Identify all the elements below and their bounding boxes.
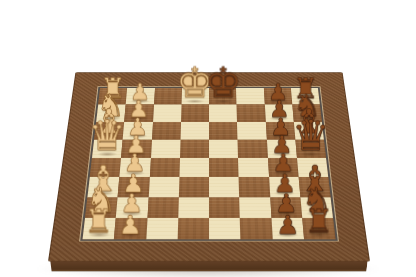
- square-h4: [177, 218, 209, 240]
- square-c6: [237, 122, 266, 140]
- piece-white-pawn-h2: ♟: [118, 212, 141, 238]
- square-h5: [209, 218, 241, 240]
- square-b3: [153, 105, 182, 122]
- square-e3: [149, 158, 179, 177]
- piece-black-rook-h8: ♜: [305, 205, 334, 237]
- square-g3: [147, 197, 179, 218]
- square-c4: [180, 122, 209, 140]
- square-d1: ♛: [92, 140, 123, 158]
- square-b5: [209, 105, 237, 122]
- square-b6: [237, 105, 266, 122]
- piece-white-rook-h1: ♜: [84, 205, 113, 237]
- board-grid: ♜♟♚♚♟♜♞♟♟♞♝♟♟♝♛♟♟♛♟♟♝♟♟♝♞♟♟♞♜♟♟♜: [80, 87, 338, 241]
- square-g6: [239, 197, 271, 218]
- square-f3: [148, 177, 179, 197]
- square-h7: ♟: [271, 218, 304, 240]
- square-h1: ♜: [83, 218, 116, 240]
- square-g5: [209, 197, 240, 218]
- piece-white-queen-d1: ♛: [88, 115, 126, 157]
- square-d3: [151, 140, 181, 158]
- square-f5: [209, 177, 239, 197]
- piece-black-queen-d8: ♛: [292, 115, 330, 157]
- chess-set-photo: ♜♟♚♚♟♜♞♟♟♞♝♟♟♝♛♟♟♛♟♟♝♟♟♝♞♟♟♞♜♟♟♜: [0, 0, 416, 277]
- piece-black-pawn-h7: ♟: [276, 212, 299, 238]
- square-h6: [240, 218, 272, 240]
- square-c5: [209, 122, 238, 140]
- square-h3: [146, 218, 178, 240]
- square-d8: ♛: [295, 140, 326, 158]
- square-e5: [209, 158, 239, 177]
- square-f4: [179, 177, 209, 197]
- square-d5: [209, 140, 238, 158]
- square-d6: [238, 140, 268, 158]
- piece-black-king-a5: ♚: [204, 62, 241, 104]
- square-h8: ♜: [302, 218, 335, 240]
- square-b4: [181, 105, 209, 122]
- square-a5: ♚: [209, 88, 237, 105]
- square-e4: [179, 158, 209, 177]
- board-edge: [50, 261, 367, 272]
- square-f6: [239, 177, 270, 197]
- square-e6: [238, 158, 268, 177]
- square-h2: ♟: [114, 218, 147, 240]
- square-c3: [152, 122, 181, 140]
- square-d4: [180, 140, 209, 158]
- chess-board: ♜♟♚♚♟♜♞♟♟♞♝♟♟♝♛♟♟♛♟♟♝♟♟♝♞♟♟♞♜♟♟♜: [48, 72, 370, 261]
- square-g4: [178, 197, 209, 218]
